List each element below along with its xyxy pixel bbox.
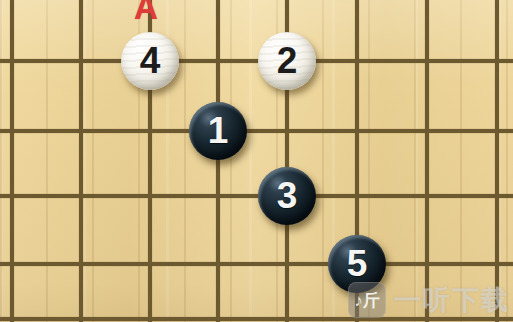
- grid-line-vertical: [10, 0, 14, 322]
- stone-move-number: 2: [277, 42, 298, 79]
- stone-move-number: 4: [140, 42, 161, 79]
- goban[interactable]: A 12345: [0, 0, 513, 322]
- grid-line-horizontal: [0, 129, 513, 133]
- watermark: ♪斤 一听下载: [348, 282, 510, 318]
- grid-line-vertical: [495, 0, 499, 322]
- grid-line-vertical: [216, 0, 220, 322]
- stone-move-number: 1: [208, 112, 229, 149]
- stone-white-4: 4: [121, 32, 179, 90]
- screenshot-root: A 12345 ♪斤 一听下载: [0, 0, 513, 322]
- grid-line-horizontal: [0, 262, 513, 266]
- stone-move-number: 5: [347, 245, 368, 282]
- grid-line-vertical: [425, 0, 429, 322]
- yiting-logo-icon: ♪斤: [348, 282, 386, 318]
- stone-black-1: 1: [189, 102, 247, 160]
- stone-white-2: 2: [258, 32, 316, 90]
- stone-move-number: 3: [277, 177, 298, 214]
- grid-line-horizontal: [0, 194, 513, 198]
- grid-line-horizontal: [0, 59, 513, 63]
- stone-black-3: 3: [258, 167, 316, 225]
- move-label-A: A: [127, 0, 165, 24]
- grid-line-vertical: [79, 0, 83, 322]
- watermark-text: 一听下载: [394, 282, 510, 318]
